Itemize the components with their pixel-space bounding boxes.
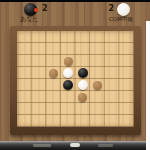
board-cell-b8[interactable] bbox=[32, 115, 47, 127]
board-cell-e2[interactable] bbox=[76, 43, 91, 55]
legal-move-hint-disc bbox=[78, 93, 87, 102]
black-player-label: あなた bbox=[20, 15, 38, 22]
board-cell-h5[interactable] bbox=[119, 79, 134, 91]
board-cell-h3[interactable] bbox=[119, 55, 134, 67]
legal-move-hint-disc bbox=[64, 57, 73, 66]
board-cell-d7[interactable] bbox=[61, 103, 76, 115]
board-cell-e6[interactable] bbox=[76, 91, 91, 103]
board-cell-b2[interactable] bbox=[32, 43, 47, 55]
board-cell-h7[interactable] bbox=[119, 103, 134, 115]
legal-move-hint-disc bbox=[93, 81, 102, 90]
board-cell-e5[interactable] bbox=[76, 79, 91, 91]
board-cell-d8[interactable] bbox=[61, 115, 76, 127]
board-cell-c1[interactable] bbox=[46, 31, 61, 43]
toolbar-left-button[interactable] bbox=[33, 144, 51, 147]
board-cell-f8[interactable] bbox=[90, 115, 105, 127]
board-cell-g7[interactable] bbox=[105, 103, 120, 115]
board-cell-h2[interactable] bbox=[119, 43, 134, 55]
board-cell-a6[interactable] bbox=[17, 91, 32, 103]
board-cell-e7[interactable] bbox=[76, 103, 91, 115]
othello-app-screen: 2 あなた 2 COM中級 bbox=[0, 0, 150, 150]
board-cell-c7[interactable] bbox=[46, 103, 61, 115]
table-wood-background-top-right bbox=[146, 0, 150, 21]
toolbar-right-button[interactable] bbox=[98, 144, 113, 147]
board-cell-a3[interactable] bbox=[17, 55, 32, 67]
board-cell-d1[interactable] bbox=[61, 31, 76, 43]
white-disc bbox=[63, 68, 73, 78]
board-cell-c6[interactable] bbox=[46, 91, 61, 103]
legal-move-hint-disc bbox=[49, 69, 58, 78]
board-cell-e8[interactable] bbox=[76, 115, 91, 127]
black-score: 2 bbox=[42, 4, 48, 14]
board-cell-e1[interactable] bbox=[76, 31, 91, 43]
board-cell-b3[interactable] bbox=[32, 55, 47, 67]
board-cell-f3[interactable] bbox=[90, 55, 105, 67]
board-cell-a2[interactable] bbox=[17, 43, 32, 55]
board-cell-b6[interactable] bbox=[32, 91, 47, 103]
board-cell-b4[interactable] bbox=[32, 67, 47, 79]
black-disc bbox=[78, 68, 88, 78]
toolbar-center-button[interactable] bbox=[70, 143, 80, 147]
board-cell-g1[interactable] bbox=[105, 31, 120, 43]
board-cell-a4[interactable] bbox=[17, 67, 32, 79]
white-player-label: COM中級 bbox=[104, 15, 137, 21]
white-score: 2 bbox=[103, 4, 114, 14]
board-cell-e3[interactable] bbox=[76, 55, 91, 67]
board-cell-a1[interactable] bbox=[17, 31, 32, 43]
board-grid bbox=[17, 31, 134, 127]
board-cell-d4[interactable] bbox=[61, 67, 76, 79]
board-cell-g8[interactable] bbox=[105, 115, 120, 127]
board-cell-b1[interactable] bbox=[32, 31, 47, 43]
board-cell-c8[interactable] bbox=[46, 115, 61, 127]
board-cell-f4[interactable] bbox=[90, 67, 105, 79]
board-cell-d6[interactable] bbox=[61, 91, 76, 103]
board-cell-c5[interactable] bbox=[46, 79, 61, 91]
board-cell-h8[interactable] bbox=[119, 115, 134, 127]
board-cell-f1[interactable] bbox=[90, 31, 105, 43]
board-cell-b7[interactable] bbox=[32, 103, 47, 115]
board-cell-g4[interactable] bbox=[105, 67, 120, 79]
board-cell-c4[interactable] bbox=[46, 67, 61, 79]
board-cell-g2[interactable] bbox=[105, 43, 120, 55]
board-cell-d3[interactable] bbox=[61, 55, 76, 67]
board-cell-d5[interactable] bbox=[61, 79, 76, 91]
board-cell-a8[interactable] bbox=[17, 115, 32, 127]
board-cell-c3[interactable] bbox=[46, 55, 61, 67]
board-cell-f7[interactable] bbox=[90, 103, 105, 115]
board-cell-b5[interactable] bbox=[32, 79, 47, 91]
board-cell-f5[interactable] bbox=[90, 79, 105, 91]
board-cell-f6[interactable] bbox=[90, 91, 105, 103]
board-frame bbox=[10, 26, 141, 135]
board-cell-d2[interactable] bbox=[61, 43, 76, 55]
board-cell-c2[interactable] bbox=[46, 43, 61, 55]
board-cell-h6[interactable] bbox=[119, 91, 134, 103]
turn-indicator-dot bbox=[34, 8, 38, 12]
white-disc bbox=[78, 80, 88, 90]
board-cell-a5[interactable] bbox=[17, 79, 32, 91]
board-cell-h4[interactable] bbox=[119, 67, 134, 79]
board-cell-h1[interactable] bbox=[119, 31, 134, 43]
board-cell-e4[interactable] bbox=[76, 67, 91, 79]
board-cell-g6[interactable] bbox=[105, 91, 120, 103]
board-cell-g3[interactable] bbox=[105, 55, 120, 67]
board-cell-g5[interactable] bbox=[105, 79, 120, 91]
board-cell-a7[interactable] bbox=[17, 103, 32, 115]
status-bar bbox=[0, 0, 150, 2]
board-cell-f2[interactable] bbox=[90, 43, 105, 55]
black-disc bbox=[63, 80, 73, 90]
